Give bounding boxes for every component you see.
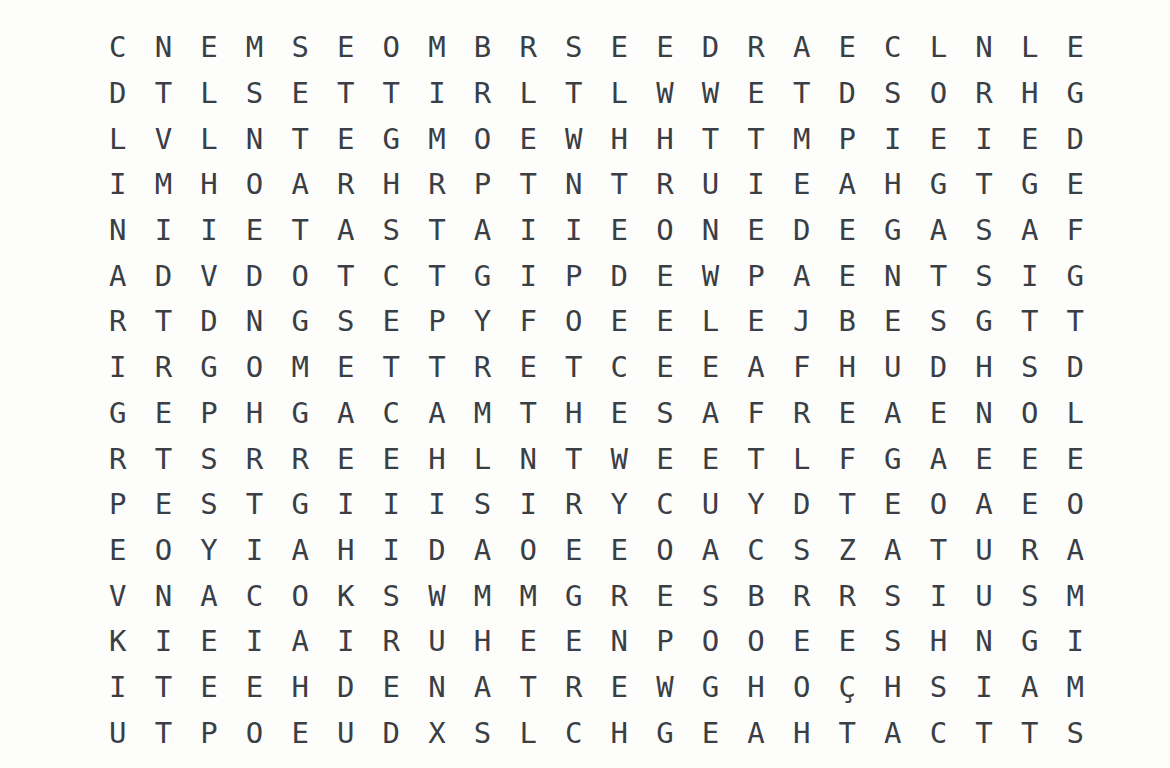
grid-cell[interactable]: E (642, 573, 688, 619)
grid-cell[interactable]: L (688, 299, 734, 345)
grid-cell[interactable]: A (916, 436, 962, 482)
grid-cell[interactable]: M (779, 116, 825, 162)
grid-cell[interactable]: P (95, 482, 141, 528)
grid-cell[interactable]: I (369, 528, 415, 574)
grid-cell[interactable]: P (642, 619, 688, 665)
grid-cell[interactable]: T (414, 208, 460, 254)
grid-cell[interactable]: Y (733, 482, 779, 528)
grid-cell[interactable]: T (733, 116, 779, 162)
grid-cell[interactable]: H (961, 345, 1007, 391)
grid-cell[interactable]: B (460, 25, 506, 71)
grid-cell[interactable]: U (961, 573, 1007, 619)
grid-cell[interactable]: A (277, 619, 323, 665)
grid-cell[interactable]: E (596, 665, 642, 711)
grid-cell[interactable]: W (688, 71, 734, 117)
grid-cell[interactable]: H (460, 619, 506, 665)
grid-cell[interactable]: I (232, 619, 278, 665)
grid-cell[interactable]: R (1007, 528, 1053, 574)
grid-cell[interactable]: O (232, 710, 278, 756)
grid-cell[interactable]: E (824, 25, 870, 71)
grid-cell[interactable]: W (642, 71, 688, 117)
grid-cell[interactable]: A (460, 528, 506, 574)
grid-cell[interactable]: W (688, 253, 734, 299)
grid-cell[interactable]: H (551, 391, 597, 437)
grid-cell[interactable]: E (733, 299, 779, 345)
grid-cell[interactable]: R (369, 619, 415, 665)
grid-cell[interactable]: T (916, 528, 962, 574)
grid-cell[interactable]: M (414, 25, 460, 71)
grid-cell[interactable]: B (733, 573, 779, 619)
grid-cell[interactable]: M (505, 573, 551, 619)
grid-cell[interactable]: C (232, 573, 278, 619)
grid-cell[interactable]: O (1052, 482, 1098, 528)
grid-cell[interactable]: D (779, 482, 825, 528)
grid-cell[interactable]: P (414, 299, 460, 345)
grid-cell[interactable]: O (505, 528, 551, 574)
grid-cell[interactable]: E (1007, 116, 1053, 162)
grid-cell[interactable]: D (414, 528, 460, 574)
grid-cell[interactable]: F (824, 436, 870, 482)
grid-cell[interactable]: E (642, 436, 688, 482)
grid-cell[interactable]: T (1052, 299, 1098, 345)
grid-cell[interactable]: H (596, 710, 642, 756)
grid-cell[interactable]: A (733, 710, 779, 756)
grid-cell[interactable]: L (95, 116, 141, 162)
grid-cell[interactable]: L (460, 436, 506, 482)
grid-cell[interactable]: E (642, 25, 688, 71)
grid-cell[interactable]: E (824, 391, 870, 437)
grid-cell[interactable]: S (961, 208, 1007, 254)
grid-cell[interactable]: I (551, 208, 597, 254)
grid-cell[interactable]: E (277, 710, 323, 756)
grid-cell[interactable]: Ç (824, 665, 870, 711)
grid-cell[interactable]: C (870, 25, 916, 71)
grid-cell[interactable]: U (323, 710, 369, 756)
grid-cell[interactable]: O (551, 299, 597, 345)
grid-cell[interactable]: W (642, 665, 688, 711)
grid-cell[interactable]: E (870, 299, 916, 345)
grid-cell[interactable]: I (505, 208, 551, 254)
grid-cell[interactable]: O (642, 208, 688, 254)
grid-cell[interactable]: H (824, 345, 870, 391)
grid-cell[interactable]: A (961, 482, 1007, 528)
grid-cell[interactable]: T (824, 710, 870, 756)
grid-cell[interactable]: I (961, 116, 1007, 162)
grid-cell[interactable]: O (277, 253, 323, 299)
grid-cell[interactable]: A (460, 208, 506, 254)
grid-cell[interactable]: T (369, 345, 415, 391)
grid-cell[interactable]: E (323, 345, 369, 391)
grid-cell[interactable]: A (1007, 208, 1053, 254)
grid-cell[interactable]: T (961, 162, 1007, 208)
grid-cell[interactable]: M (277, 345, 323, 391)
grid-cell[interactable]: R (961, 71, 1007, 117)
grid-cell[interactable]: A (1052, 528, 1098, 574)
grid-cell[interactable]: T (733, 436, 779, 482)
grid-cell[interactable]: E (1007, 482, 1053, 528)
grid-cell[interactable]: T (369, 71, 415, 117)
grid-cell[interactable]: I (1007, 253, 1053, 299)
grid-cell[interactable]: E (95, 528, 141, 574)
grid-cell[interactable]: O (460, 116, 506, 162)
grid-cell[interactable]: C (369, 253, 415, 299)
grid-cell[interactable]: N (961, 391, 1007, 437)
grid-cell[interactable]: W (414, 573, 460, 619)
grid-cell[interactable]: G (916, 162, 962, 208)
grid-cell[interactable]: G (870, 208, 916, 254)
grid-cell[interactable]: K (323, 573, 369, 619)
grid-cell[interactable]: G (460, 253, 506, 299)
grid-cell[interactable]: S (551, 25, 597, 71)
grid-cell[interactable]: B (824, 299, 870, 345)
grid-cell[interactable]: I (414, 482, 460, 528)
grid-cell[interactable]: T (779, 71, 825, 117)
grid-cell[interactable]: I (232, 528, 278, 574)
grid-cell[interactable]: A (277, 162, 323, 208)
grid-cell[interactable]: U (95, 710, 141, 756)
grid-cell[interactable]: M (460, 391, 506, 437)
grid-cell[interactable]: U (688, 162, 734, 208)
grid-cell[interactable]: S (916, 299, 962, 345)
grid-cell[interactable]: A (870, 391, 916, 437)
grid-cell[interactable]: T (596, 162, 642, 208)
grid-cell[interactable]: E (323, 116, 369, 162)
grid-cell[interactable]: S (1007, 345, 1053, 391)
grid-cell[interactable]: E (186, 665, 232, 711)
grid-cell[interactable]: R (277, 436, 323, 482)
grid-cell[interactable]: R (824, 573, 870, 619)
grid-cell[interactable]: H (323, 528, 369, 574)
grid-cell[interactable]: D (1052, 345, 1098, 391)
grid-cell[interactable]: T (688, 116, 734, 162)
grid-cell[interactable]: T (916, 253, 962, 299)
grid-cell[interactable]: E (916, 391, 962, 437)
grid-cell[interactable]: P (551, 253, 597, 299)
grid-cell[interactable]: I (95, 665, 141, 711)
grid-cell[interactable]: I (95, 345, 141, 391)
grid-cell[interactable]: N (961, 619, 1007, 665)
grid-cell[interactable]: E (688, 436, 734, 482)
grid-cell[interactable]: E (1052, 25, 1098, 71)
grid-cell[interactable]: M (414, 116, 460, 162)
grid-cell[interactable]: E (232, 665, 278, 711)
grid-cell[interactable]: Y (460, 299, 506, 345)
grid-cell[interactable]: N (232, 299, 278, 345)
grid-cell[interactable]: E (505, 116, 551, 162)
grid-cell[interactable]: R (642, 162, 688, 208)
grid-cell[interactable]: D (1052, 116, 1098, 162)
grid-cell[interactable]: T (1007, 710, 1053, 756)
grid-cell[interactable]: G (186, 345, 232, 391)
grid-cell[interactable]: G (551, 573, 597, 619)
grid-cell[interactable]: D (232, 253, 278, 299)
grid-cell[interactable]: A (323, 391, 369, 437)
grid-cell[interactable]: H (1007, 71, 1053, 117)
grid-cell[interactable]: E (824, 208, 870, 254)
grid-cell[interactable]: R (779, 573, 825, 619)
grid-cell[interactable]: F (779, 345, 825, 391)
grid-cell[interactable]: T (505, 391, 551, 437)
grid-cell[interactable]: L (505, 71, 551, 117)
grid-cell[interactable]: U (688, 482, 734, 528)
grid-cell[interactable]: T (505, 162, 551, 208)
grid-cell[interactable]: S (460, 710, 506, 756)
grid-cell[interactable]: C (551, 710, 597, 756)
grid-cell[interactable]: D (323, 665, 369, 711)
grid-cell[interactable]: S (277, 25, 323, 71)
grid-cell[interactable]: A (414, 391, 460, 437)
grid-cell[interactable]: S (369, 208, 415, 254)
grid-cell[interactable]: R (141, 345, 187, 391)
grid-cell[interactable]: D (824, 71, 870, 117)
grid-cell[interactable]: H (642, 116, 688, 162)
grid-cell[interactable]: I (369, 482, 415, 528)
grid-cell[interactable]: N (551, 162, 597, 208)
grid-cell[interactable]: O (779, 665, 825, 711)
grid-cell[interactable]: E (824, 253, 870, 299)
grid-cell[interactable]: O (232, 162, 278, 208)
grid-cell[interactable]: E (596, 25, 642, 71)
grid-cell[interactable]: E (1052, 436, 1098, 482)
grid-cell[interactable]: S (323, 299, 369, 345)
grid-cell[interactable]: S (186, 436, 232, 482)
grid-cell[interactable]: S (460, 482, 506, 528)
grid-cell[interactable]: I (186, 208, 232, 254)
grid-cell[interactable]: P (733, 253, 779, 299)
grid-cell[interactable]: E (277, 71, 323, 117)
grid-cell[interactable]: L (916, 25, 962, 71)
grid-cell[interactable]: M (460, 573, 506, 619)
grid-cell[interactable]: T (824, 482, 870, 528)
grid-cell[interactable]: G (870, 436, 916, 482)
grid-cell[interactable]: S (870, 71, 916, 117)
grid-cell[interactable]: S (688, 573, 734, 619)
grid-cell[interactable]: T (551, 436, 597, 482)
grid-cell[interactable]: R (460, 71, 506, 117)
grid-cell[interactable]: W (596, 436, 642, 482)
grid-cell[interactable]: E (505, 345, 551, 391)
grid-cell[interactable]: A (688, 528, 734, 574)
grid-cell[interactable]: S (961, 253, 1007, 299)
grid-cell[interactable]: E (642, 299, 688, 345)
grid-cell[interactable]: N (961, 25, 1007, 71)
grid-cell[interactable]: S (1052, 710, 1098, 756)
grid-cell[interactable]: C (596, 345, 642, 391)
grid-cell[interactable]: H (870, 665, 916, 711)
grid-cell[interactable]: D (141, 253, 187, 299)
grid-cell[interactable]: G (277, 391, 323, 437)
grid-cell[interactable]: U (961, 528, 1007, 574)
grid-cell[interactable]: O (232, 345, 278, 391)
grid-cell[interactable]: G (1052, 253, 1098, 299)
grid-cell[interactable]: I (95, 162, 141, 208)
grid-cell[interactable]: O (733, 619, 779, 665)
grid-cell[interactable]: E (1052, 162, 1098, 208)
grid-cell[interactable]: I (961, 665, 1007, 711)
grid-cell[interactable]: D (186, 299, 232, 345)
grid-cell[interactable]: O (369, 25, 415, 71)
grid-cell[interactable]: E (642, 253, 688, 299)
grid-cell[interactable]: R (232, 436, 278, 482)
grid-cell[interactable]: O (642, 528, 688, 574)
grid-cell[interactable]: T (277, 116, 323, 162)
grid-cell[interactable]: T (141, 71, 187, 117)
grid-cell[interactable]: A (95, 253, 141, 299)
grid-cell[interactable]: L (505, 710, 551, 756)
grid-cell[interactable]: R (733, 25, 779, 71)
grid-cell[interactable]: A (688, 391, 734, 437)
grid-cell[interactable]: D (916, 345, 962, 391)
grid-cell[interactable]: I (141, 208, 187, 254)
grid-cell[interactable]: I (505, 482, 551, 528)
grid-cell[interactable]: E (916, 116, 962, 162)
grid-cell[interactable]: E (141, 391, 187, 437)
grid-cell[interactable]: L (779, 436, 825, 482)
grid-cell[interactable]: E (369, 436, 415, 482)
grid-cell[interactable]: S (186, 482, 232, 528)
grid-cell[interactable]: E (551, 619, 597, 665)
grid-cell[interactable]: C (916, 710, 962, 756)
grid-cell[interactable]: U (870, 345, 916, 391)
grid-cell[interactable]: A (870, 710, 916, 756)
grid-cell[interactable]: E (733, 71, 779, 117)
grid-cell[interactable]: T (551, 345, 597, 391)
grid-cell[interactable]: E (779, 162, 825, 208)
grid-cell[interactable]: E (642, 345, 688, 391)
grid-cell[interactable]: G (95, 391, 141, 437)
grid-cell[interactable]: C (369, 391, 415, 437)
grid-cell[interactable]: T (232, 482, 278, 528)
grid-cell[interactable]: G (277, 482, 323, 528)
grid-cell[interactable]: S (870, 619, 916, 665)
grid-cell[interactable]: E (688, 345, 734, 391)
grid-cell[interactable]: R (551, 482, 597, 528)
grid-cell[interactable]: C (95, 25, 141, 71)
grid-cell[interactable]: S (232, 71, 278, 117)
grid-cell[interactable]: O (916, 71, 962, 117)
grid-cell[interactable]: L (1007, 25, 1053, 71)
grid-cell[interactable]: A (733, 345, 779, 391)
grid-cell[interactable]: T (1007, 299, 1053, 345)
grid-cell[interactable]: S (916, 665, 962, 711)
grid-cell[interactable]: N (414, 665, 460, 711)
grid-cell[interactable]: D (779, 208, 825, 254)
grid-cell[interactable]: E (1007, 436, 1053, 482)
grid-cell[interactable]: R (460, 345, 506, 391)
grid-cell[interactable]: Y (596, 482, 642, 528)
grid-cell[interactable]: G (369, 116, 415, 162)
grid-cell[interactable]: F (733, 391, 779, 437)
grid-cell[interactable]: E (369, 665, 415, 711)
grid-cell[interactable]: Y (186, 528, 232, 574)
grid-cell[interactable]: E (596, 299, 642, 345)
grid-cell[interactable]: I (1052, 619, 1098, 665)
grid-cell[interactable]: N (95, 208, 141, 254)
grid-cell[interactable]: U (414, 619, 460, 665)
grid-cell[interactable]: A (186, 573, 232, 619)
grid-cell[interactable]: E (596, 208, 642, 254)
grid-cell[interactable]: S (642, 391, 688, 437)
grid-cell[interactable]: T (141, 710, 187, 756)
grid-cell[interactable]: I (414, 71, 460, 117)
grid-cell[interactable]: H (870, 162, 916, 208)
grid-cell[interactable]: I (733, 162, 779, 208)
grid-cell[interactable]: H (369, 162, 415, 208)
grid-cell[interactable]: G (277, 299, 323, 345)
grid-cell[interactable]: E (369, 299, 415, 345)
grid-cell[interactable]: R (95, 436, 141, 482)
grid-cell[interactable]: O (688, 619, 734, 665)
grid-cell[interactable]: P (186, 710, 232, 756)
grid-cell[interactable]: E (596, 528, 642, 574)
grid-cell[interactable]: S (779, 528, 825, 574)
grid-cell[interactable]: E (870, 482, 916, 528)
grid-cell[interactable]: E (779, 619, 825, 665)
grid-cell[interactable]: I (141, 619, 187, 665)
grid-cell[interactable]: C (642, 482, 688, 528)
grid-cell[interactable]: R (95, 299, 141, 345)
grid-cell[interactable]: M (1052, 573, 1098, 619)
grid-cell[interactable]: D (596, 253, 642, 299)
grid-cell[interactable]: E (733, 208, 779, 254)
grid-cell[interactable]: Z (824, 528, 870, 574)
grid-cell[interactable]: N (232, 116, 278, 162)
grid-cell[interactable]: A (277, 528, 323, 574)
grid-cell[interactable]: G (688, 665, 734, 711)
grid-cell[interactable]: I (323, 482, 369, 528)
grid-cell[interactable]: L (186, 71, 232, 117)
grid-cell[interactable]: H (186, 162, 232, 208)
grid-cell[interactable]: R (551, 665, 597, 711)
grid-cell[interactable]: I (916, 573, 962, 619)
grid-cell[interactable]: N (688, 208, 734, 254)
grid-cell[interactable]: N (141, 573, 187, 619)
grid-cell[interactable]: P (186, 391, 232, 437)
grid-cell[interactable]: H (733, 665, 779, 711)
grid-cell[interactable]: E (186, 619, 232, 665)
grid-cell[interactable]: S (369, 573, 415, 619)
grid-cell[interactable]: X (414, 710, 460, 756)
grid-cell[interactable]: L (596, 71, 642, 117)
grid-cell[interactable]: E (688, 710, 734, 756)
grid-cell[interactable]: P (824, 116, 870, 162)
grid-cell[interactable]: G (1007, 619, 1053, 665)
grid-cell[interactable]: R (596, 573, 642, 619)
grid-cell[interactable]: E (232, 208, 278, 254)
grid-cell[interactable]: M (1052, 665, 1098, 711)
grid-cell[interactable]: P (460, 162, 506, 208)
grid-cell[interactable]: O (277, 573, 323, 619)
grid-cell[interactable]: J (779, 299, 825, 345)
grid-cell[interactable]: H (596, 116, 642, 162)
grid-cell[interactable]: A (870, 528, 916, 574)
grid-cell[interactable]: E (505, 619, 551, 665)
grid-cell[interactable]: V (186, 253, 232, 299)
grid-cell[interactable]: E (141, 482, 187, 528)
grid-cell[interactable]: E (186, 25, 232, 71)
grid-cell[interactable]: K (95, 619, 141, 665)
grid-cell[interactable]: H (277, 665, 323, 711)
grid-cell[interactable]: H (779, 710, 825, 756)
grid-cell[interactable]: E (323, 436, 369, 482)
grid-cell[interactable]: E (961, 436, 1007, 482)
grid-cell[interactable]: D (95, 71, 141, 117)
grid-cell[interactable]: A (779, 253, 825, 299)
grid-cell[interactable]: A (1007, 665, 1053, 711)
grid-cell[interactable]: T (141, 436, 187, 482)
grid-cell[interactable]: T (505, 665, 551, 711)
grid-cell[interactable]: S (1007, 573, 1053, 619)
